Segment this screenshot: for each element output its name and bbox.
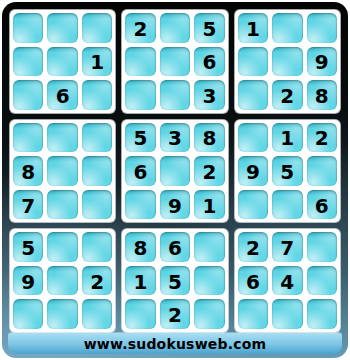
sudoku-cell-r7c6[interactable]: [194, 232, 224, 262]
sudoku-grid: 162563192887538629112956592861522764: [10, 10, 340, 332]
sudoku-cell-r4c4[interactable]: 5: [125, 123, 155, 153]
sudoku-cell-r7c1[interactable]: 5: [13, 232, 43, 262]
sudoku-cell-r9c7[interactable]: [238, 299, 268, 329]
cell-digit: 5: [202, 19, 216, 39]
sudoku-block-2-1: 87: [10, 120, 115, 223]
sudoku-cell-r8c2[interactable]: [47, 266, 77, 296]
sudoku-cell-r5c7[interactable]: 9: [238, 156, 268, 186]
sudoku-cell-r5c4[interactable]: 6: [125, 156, 155, 186]
cell-digit: 5: [21, 238, 35, 258]
sudoku-cell-r2c8[interactable]: [272, 47, 302, 77]
sudoku-cell-r6c1[interactable]: 7: [13, 190, 43, 220]
sudoku-cell-r4c7[interactable]: [238, 123, 268, 153]
sudoku-cell-r9c5[interactable]: 2: [160, 299, 190, 329]
site-url: www.sudokusweb.com: [84, 336, 267, 352]
sudoku-cell-r3c2[interactable]: 6: [47, 80, 77, 110]
sudoku-cell-r7c5[interactable]: 6: [160, 232, 190, 262]
sudoku-cell-r4c2[interactable]: [47, 123, 77, 153]
sudoku-cell-r3c7[interactable]: [238, 80, 268, 110]
sudoku-cell-r4c1[interactable]: [13, 123, 43, 153]
sudoku-cell-r9c3[interactable]: [82, 299, 112, 329]
cell-digit: 9: [168, 196, 182, 216]
sudoku-cell-r2c2[interactable]: [47, 47, 77, 77]
sudoku-cell-r9c8[interactable]: [272, 299, 302, 329]
sudoku-cell-r8c1[interactable]: 9: [13, 266, 43, 296]
sudoku-cell-r7c8[interactable]: 7: [272, 232, 302, 262]
cell-digit: 3: [202, 86, 216, 106]
sudoku-cell-r6c8[interactable]: [272, 190, 302, 220]
sudoku-cell-r6c5[interactable]: 9: [160, 190, 190, 220]
sudoku-cell-r1c4[interactable]: 2: [125, 13, 155, 43]
sudoku-cell-r8c8[interactable]: 4: [272, 266, 302, 296]
sudoku-cell-r1c9[interactable]: [307, 13, 337, 43]
sudoku-block-3-1: 592: [10, 229, 115, 332]
cell-digit: 2: [246, 238, 260, 258]
cell-digit: 8: [21, 162, 35, 182]
sudoku-cell-r8c7[interactable]: 6: [238, 266, 268, 296]
cell-digit: 6: [202, 52, 216, 72]
site-footer: www.sudokusweb.com: [8, 333, 342, 354]
cell-digit: 6: [246, 272, 260, 292]
sudoku-cell-r4c3[interactable]: [82, 123, 112, 153]
cell-digit: 1: [246, 19, 260, 39]
sudoku-cell-r5c8[interactable]: 5: [272, 156, 302, 186]
sudoku-cell-r1c8[interactable]: [272, 13, 302, 43]
sudoku-cell-r8c4[interactable]: 1: [125, 266, 155, 296]
sudoku-cell-r1c5[interactable]: [160, 13, 190, 43]
sudoku-cell-r6c2[interactable]: [47, 190, 77, 220]
sudoku-block-2-2: 5386291: [122, 120, 227, 223]
cell-digit: 3: [168, 128, 182, 148]
sudoku-cell-r2c1[interactable]: [13, 47, 43, 77]
cell-digit: 8: [315, 86, 329, 106]
cell-digit: 2: [315, 128, 329, 148]
sudoku-cell-r8c9[interactable]: [307, 266, 337, 296]
sudoku-cell-r8c5[interactable]: 5: [160, 266, 190, 296]
cell-digit: 6: [56, 86, 70, 106]
sudoku-block-3-2: 86152: [122, 229, 227, 332]
cell-digit: 6: [315, 196, 329, 216]
cell-digit: 5: [280, 162, 294, 182]
sudoku-cell-r2c9[interactable]: 9: [307, 47, 337, 77]
sudoku-cell-r2c3[interactable]: 1: [82, 47, 112, 77]
sudoku-cell-r3c8[interactable]: 2: [272, 80, 302, 110]
sudoku-cell-r3c6[interactable]: 3: [194, 80, 224, 110]
sudoku-cell-r4c6[interactable]: 8: [194, 123, 224, 153]
sudoku-cell-r2c5[interactable]: [160, 47, 190, 77]
sudoku-cell-r7c2[interactable]: [47, 232, 77, 262]
sudoku-cell-r6c6[interactable]: 1: [194, 190, 224, 220]
sudoku-cell-r5c2[interactable]: [47, 156, 77, 186]
cell-digit: 6: [168, 238, 182, 258]
sudoku-block-1-1: 16: [10, 10, 115, 113]
sudoku-cell-r9c6[interactable]: [194, 299, 224, 329]
cell-digit: 2: [280, 86, 294, 106]
cell-digit: 2: [134, 19, 148, 39]
sudoku-cell-r1c3[interactable]: [82, 13, 112, 43]
sudoku-cell-r9c9[interactable]: [307, 299, 337, 329]
sudoku-cell-r7c4[interactable]: 8: [125, 232, 155, 262]
sudoku-cell-r6c9[interactable]: 6: [307, 190, 337, 220]
sudoku-cell-r9c4[interactable]: [125, 299, 155, 329]
sudoku-cell-r8c3[interactable]: 2: [82, 266, 112, 296]
sudoku-block-1-2: 2563: [122, 10, 227, 113]
sudoku-cell-r6c4[interactable]: [125, 190, 155, 220]
sudoku-cell-r8c6[interactable]: [194, 266, 224, 296]
cell-digit: 2: [168, 305, 182, 325]
sudoku-cell-r2c7[interactable]: [238, 47, 268, 77]
cell-digit: 1: [202, 196, 216, 216]
cell-digit: 4: [280, 272, 294, 292]
sudoku-cell-r1c1[interactable]: [13, 13, 43, 43]
sudoku-cell-r5c1[interactable]: 8: [13, 156, 43, 186]
sudoku-cell-r7c3[interactable]: [82, 232, 112, 262]
sudoku-cell-r3c1[interactable]: [13, 80, 43, 110]
sudoku-cell-r5c9[interactable]: [307, 156, 337, 186]
sudoku-block-3-3: 2764: [235, 229, 340, 332]
sudoku-cell-r4c8[interactable]: 1: [272, 123, 302, 153]
cell-digit: 9: [246, 162, 260, 182]
sudoku-cell-r4c5[interactable]: 3: [160, 123, 190, 153]
sudoku-cell-r7c9[interactable]: [307, 232, 337, 262]
cell-digit: 8: [134, 238, 148, 258]
sudoku-cell-r6c7[interactable]: [238, 190, 268, 220]
cell-digit: 5: [168, 272, 182, 292]
sudoku-cell-r6c3[interactable]: [82, 190, 112, 220]
cell-digit: 1: [280, 128, 294, 148]
sudoku-cell-r1c6[interactable]: 5: [194, 13, 224, 43]
board-frame: 162563192887538629112956592861522764 www…: [2, 2, 348, 358]
cell-digit: 5: [134, 128, 148, 148]
sudoku-cell-r7c7[interactable]: 2: [238, 232, 268, 262]
cell-digit: 9: [21, 272, 35, 292]
sudoku-block-1-3: 1928: [235, 10, 340, 113]
sudoku-cell-r1c2[interactable]: [47, 13, 77, 43]
sudoku-cell-r2c6[interactable]: 6: [194, 47, 224, 77]
sudoku-cell-r5c6[interactable]: 2: [194, 156, 224, 186]
cell-digit: 2: [202, 162, 216, 182]
sudoku-cell-r5c5[interactable]: [160, 156, 190, 186]
cell-digit: 6: [134, 162, 148, 182]
cell-digit: 7: [21, 196, 35, 216]
sudoku-block-2-3: 12956: [235, 120, 340, 223]
cell-digit: 1: [90, 52, 104, 72]
cell-digit: 1: [134, 272, 148, 292]
sudoku-cell-r2c4[interactable]: [125, 47, 155, 77]
sudoku-cell-r3c3[interactable]: [82, 80, 112, 110]
sudoku-cell-r3c9[interactable]: 8: [307, 80, 337, 110]
cell-digit: 2: [90, 272, 104, 292]
sudoku-cell-r1c7[interactable]: 1: [238, 13, 268, 43]
cell-digit: 9: [315, 52, 329, 72]
sudoku-cell-r3c5[interactable]: [160, 80, 190, 110]
sudoku-cell-r5c3[interactable]: [82, 156, 112, 186]
sudoku-cell-r9c2[interactable]: [47, 299, 77, 329]
cell-digit: 8: [202, 128, 216, 148]
sudoku-cell-r9c1[interactable]: [13, 299, 43, 329]
sudoku-cell-r3c4[interactable]: [125, 80, 155, 110]
cell-digit: 7: [280, 238, 294, 258]
sudoku-cell-r4c9[interactable]: 2: [307, 123, 337, 153]
